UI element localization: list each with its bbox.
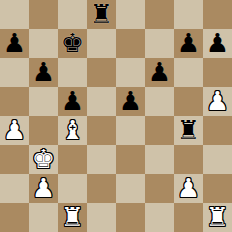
square-h8[interactable] (203, 0, 232, 29)
square-d7[interactable] (87, 29, 116, 58)
square-b5[interactable] (29, 87, 58, 116)
square-g3[interactable] (174, 145, 203, 174)
square-d2[interactable] (87, 174, 116, 203)
square-d6[interactable] (87, 58, 116, 87)
black-pawn-a7[interactable]: ♟ (3, 29, 26, 58)
square-h1[interactable]: ♜ (203, 203, 232, 232)
square-b1[interactable] (29, 203, 58, 232)
square-c8[interactable] (58, 0, 87, 29)
square-h6[interactable] (203, 58, 232, 87)
square-e3[interactable] (116, 145, 145, 174)
square-h4[interactable] (203, 116, 232, 145)
square-f8[interactable] (145, 0, 174, 29)
white-bishop-c4[interactable]: ♝ (61, 116, 84, 145)
square-f7[interactable] (145, 29, 174, 58)
square-d4[interactable] (87, 116, 116, 145)
square-a8[interactable] (0, 0, 29, 29)
square-f5[interactable] (145, 87, 174, 116)
square-a7[interactable]: ♟ (0, 29, 29, 58)
square-g7[interactable]: ♟ (174, 29, 203, 58)
square-a4[interactable]: ♟ (0, 116, 29, 145)
square-d5[interactable] (87, 87, 116, 116)
square-g8[interactable] (174, 0, 203, 29)
white-pawn-g2[interactable]: ♟ (177, 174, 200, 203)
white-king-b3[interactable]: ♚ (32, 145, 55, 174)
square-f6[interactable]: ♟ (145, 58, 174, 87)
square-c5[interactable]: ♟ (58, 87, 87, 116)
white-rook-h1[interactable]: ♜ (206, 203, 229, 232)
black-pawn-h7[interactable]: ♟ (206, 29, 229, 58)
square-b8[interactable] (29, 0, 58, 29)
white-pawn-a4[interactable]: ♟ (3, 116, 26, 145)
square-g4[interactable]: ♜ (174, 116, 203, 145)
square-b4[interactable] (29, 116, 58, 145)
square-g1[interactable] (174, 203, 203, 232)
square-b6[interactable]: ♟ (29, 58, 58, 87)
black-pawn-f6[interactable]: ♟ (148, 58, 171, 87)
square-e5[interactable]: ♟ (116, 87, 145, 116)
square-c6[interactable] (58, 58, 87, 87)
square-a6[interactable] (0, 58, 29, 87)
square-h5[interactable]: ♟ (203, 87, 232, 116)
black-pawn-b6[interactable]: ♟ (32, 58, 55, 87)
square-h2[interactable] (203, 174, 232, 203)
square-e8[interactable] (116, 0, 145, 29)
black-rook-d8[interactable]: ♜ (90, 0, 113, 29)
square-f3[interactable] (145, 145, 174, 174)
square-h3[interactable] (203, 145, 232, 174)
square-e1[interactable] (116, 203, 145, 232)
chess-board-wrapper: ♜♟♚♟♟♟♟♟♟♟♟♝♜♚♟♟♜♜ (0, 0, 232, 232)
square-a1[interactable] (0, 203, 29, 232)
square-c1[interactable]: ♜ (58, 203, 87, 232)
black-pawn-c5[interactable]: ♟ (61, 87, 84, 116)
square-f4[interactable] (145, 116, 174, 145)
square-g5[interactable] (174, 87, 203, 116)
black-king-c7[interactable]: ♚ (61, 29, 84, 58)
chess-board: ♜♟♚♟♟♟♟♟♟♟♟♝♜♚♟♟♜♜ (0, 0, 232, 232)
square-f2[interactable] (145, 174, 174, 203)
square-e2[interactable] (116, 174, 145, 203)
square-c7[interactable]: ♚ (58, 29, 87, 58)
square-c2[interactable] (58, 174, 87, 203)
white-rook-c1[interactable]: ♜ (61, 203, 84, 232)
square-f1[interactable] (145, 203, 174, 232)
square-g2[interactable]: ♟ (174, 174, 203, 203)
black-rook-g4[interactable]: ♜ (177, 116, 200, 145)
square-b2[interactable]: ♟ (29, 174, 58, 203)
square-d8[interactable]: ♜ (87, 0, 116, 29)
square-b3[interactable]: ♚ (29, 145, 58, 174)
square-b7[interactable] (29, 29, 58, 58)
square-a5[interactable] (0, 87, 29, 116)
white-pawn-h5[interactable]: ♟ (206, 87, 229, 116)
black-pawn-g7[interactable]: ♟ (177, 29, 200, 58)
square-d1[interactable] (87, 203, 116, 232)
square-e6[interactable] (116, 58, 145, 87)
square-h7[interactable]: ♟ (203, 29, 232, 58)
square-c4[interactable]: ♝ (58, 116, 87, 145)
square-e4[interactable] (116, 116, 145, 145)
square-a3[interactable] (0, 145, 29, 174)
square-a2[interactable] (0, 174, 29, 203)
black-pawn-e5[interactable]: ♟ (119, 87, 142, 116)
square-d3[interactable] (87, 145, 116, 174)
white-pawn-b2[interactable]: ♟ (32, 174, 55, 203)
square-g6[interactable] (174, 58, 203, 87)
square-e7[interactable] (116, 29, 145, 58)
square-c3[interactable] (58, 145, 87, 174)
